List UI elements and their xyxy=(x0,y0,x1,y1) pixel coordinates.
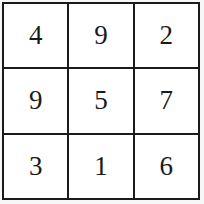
grid-cell-r2c3: 7 xyxy=(134,68,199,133)
grid-cell-r1c2: 9 xyxy=(68,3,133,68)
number-grid-board: 4 9 2 9 5 7 3 1 6 xyxy=(2,2,200,200)
grid-cell-r3c2: 1 xyxy=(68,134,133,199)
grid-cell-r2c1: 9 xyxy=(3,68,68,133)
grid-cell-r1c3: 2 xyxy=(134,3,199,68)
grid-cell-r3c3: 6 xyxy=(134,134,199,199)
grid-cell-r2c2: 5 xyxy=(68,68,133,133)
grid-cell-r3c1: 3 xyxy=(3,134,68,199)
grid-cell-r1c1: 4 xyxy=(3,3,68,68)
grid-3x3: 4 9 2 9 5 7 3 1 6 xyxy=(2,2,200,200)
